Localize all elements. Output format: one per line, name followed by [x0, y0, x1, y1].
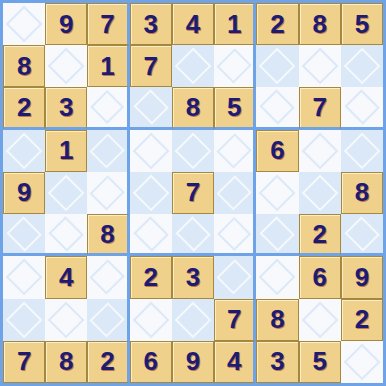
cell-r8c6: 7	[214, 299, 256, 341]
cell-r7c2: 4	[45, 256, 87, 298]
cell-r9c6: 4	[214, 341, 256, 383]
cell-r7c7[interactable]	[256, 256, 298, 298]
cell-r7c8: 6	[299, 256, 341, 298]
cell-r4c8[interactable]	[299, 130, 341, 172]
cell-r8c8[interactable]	[299, 299, 341, 341]
cell-r1c1[interactable]	[3, 3, 45, 45]
cell-r1c7: 2	[256, 3, 298, 45]
cell-r2c8[interactable]	[299, 45, 341, 87]
cell-r2c2[interactable]	[45, 45, 87, 87]
cell-r6c6[interactable]	[214, 214, 256, 256]
cell-r9c1: 7	[3, 341, 45, 383]
cell-r7c1[interactable]	[3, 256, 45, 298]
cell-r5c5: 7	[172, 172, 214, 214]
cell-r1c9: 5	[341, 3, 383, 45]
cell-r3c2: 3	[45, 87, 87, 129]
cell-r6c2[interactable]	[45, 214, 87, 256]
cell-r9c2: 8	[45, 341, 87, 383]
cell-r2c3: 1	[87, 45, 129, 87]
cell-r4c4[interactable]	[130, 130, 172, 172]
cell-r4c3[interactable]	[87, 130, 129, 172]
cell-r9c4: 6	[130, 341, 172, 383]
cell-r1c5: 4	[172, 3, 214, 45]
cell-r1c4: 3	[130, 3, 172, 45]
cell-r4c6[interactable]	[214, 130, 256, 172]
cell-r2c5[interactable]	[172, 45, 214, 87]
cell-r6c8: 2	[299, 214, 341, 256]
cell-r5c3[interactable]	[87, 172, 129, 214]
cell-r8c9: 2	[341, 299, 383, 341]
cell-r1c3: 7	[87, 3, 129, 45]
cell-r3c6: 5	[214, 87, 256, 129]
cell-r1c6: 1	[214, 3, 256, 45]
cell-r5c1: 9	[3, 172, 45, 214]
cell-r8c1[interactable]	[3, 299, 45, 341]
cell-r5c9: 8	[341, 172, 383, 214]
cell-r3c1: 2	[3, 87, 45, 129]
cell-r8c3[interactable]	[87, 299, 129, 341]
cell-r7c4: 2	[130, 256, 172, 298]
cell-r4c5[interactable]	[172, 130, 214, 172]
sudoku-board: 973412858172385716978824236978278269435	[0, 0, 386, 386]
cell-r7c9: 9	[341, 256, 383, 298]
cell-r2c9[interactable]	[341, 45, 383, 87]
cell-r5c8[interactable]	[299, 172, 341, 214]
cell-r2c7[interactable]	[256, 45, 298, 87]
cell-r7c5: 3	[172, 256, 214, 298]
cell-r8c7: 8	[256, 299, 298, 341]
cell-r6c1[interactable]	[3, 214, 45, 256]
cell-r9c9[interactable]	[341, 341, 383, 383]
cell-r2c4: 7	[130, 45, 172, 87]
cell-r4c7: 6	[256, 130, 298, 172]
cell-r1c2: 9	[45, 3, 87, 45]
cell-r4c2: 1	[45, 130, 87, 172]
cell-r3c5: 8	[172, 87, 214, 129]
cell-r6c4[interactable]	[130, 214, 172, 256]
cell-r6c3: 8	[87, 214, 129, 256]
cell-r2c1: 8	[3, 45, 45, 87]
cell-r5c7[interactable]	[256, 172, 298, 214]
cell-r8c5[interactable]	[172, 299, 214, 341]
cell-r6c5[interactable]	[172, 214, 214, 256]
cell-r8c2[interactable]	[45, 299, 87, 341]
cell-r7c3[interactable]	[87, 256, 129, 298]
cell-r5c2[interactable]	[45, 172, 87, 214]
cell-r9c3: 2	[87, 341, 129, 383]
cell-r3c4[interactable]	[130, 87, 172, 129]
cell-r5c6[interactable]	[214, 172, 256, 214]
cell-r9c8: 5	[299, 341, 341, 383]
cell-r9c5: 9	[172, 341, 214, 383]
cell-r1c8: 8	[299, 3, 341, 45]
cell-r7c6[interactable]	[214, 256, 256, 298]
cell-r3c8: 7	[299, 87, 341, 129]
cell-r4c1[interactable]	[3, 130, 45, 172]
cell-r3c9[interactable]	[341, 87, 383, 129]
cell-r9c7: 3	[256, 341, 298, 383]
cell-r6c7[interactable]	[256, 214, 298, 256]
cell-r5c4[interactable]	[130, 172, 172, 214]
cell-r3c7[interactable]	[256, 87, 298, 129]
cell-r3c3[interactable]	[87, 87, 129, 129]
cell-r2c6[interactable]	[214, 45, 256, 87]
cell-r4c9[interactable]	[341, 130, 383, 172]
cell-r8c4[interactable]	[130, 299, 172, 341]
cell-r6c9[interactable]	[341, 214, 383, 256]
